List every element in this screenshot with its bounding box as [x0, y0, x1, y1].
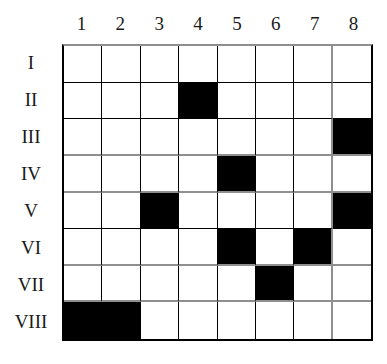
cell-II-4-blocked[interactable] [179, 83, 217, 120]
cell-VI-7-blocked[interactable] [294, 229, 332, 266]
row-label-II: II [0, 81, 62, 118]
cell-V-8-blocked[interactable] [333, 193, 371, 230]
cell-II-2[interactable] [102, 83, 140, 120]
cell-VIII-1-blocked[interactable] [64, 302, 102, 339]
column-label-3: 3 [140, 8, 179, 40]
cell-III-8-blocked[interactable] [333, 119, 371, 156]
cell-I-5[interactable] [218, 46, 256, 83]
column-label-8: 8 [334, 8, 373, 40]
cell-VII-8[interactable] [333, 266, 371, 303]
cell-VI-2[interactable] [102, 229, 140, 266]
cell-III-3[interactable] [141, 119, 179, 156]
cell-I-4[interactable] [179, 46, 217, 83]
row-label-IV: IV [0, 155, 62, 192]
cell-III-7[interactable] [294, 119, 332, 156]
cell-V-3-blocked[interactable] [141, 193, 179, 230]
cell-IV-4[interactable] [179, 156, 217, 193]
row-labels: IIIIIIIVVVIVIIVIII [0, 44, 62, 341]
cell-VII-2[interactable] [102, 266, 140, 303]
cell-V-7[interactable] [294, 193, 332, 230]
cell-II-1[interactable] [64, 83, 102, 120]
row-label-V: V [0, 193, 62, 230]
cell-V-1[interactable] [64, 193, 102, 230]
cell-I-7[interactable] [294, 46, 332, 83]
cell-IV-3[interactable] [141, 156, 179, 193]
column-label-4: 4 [179, 8, 218, 40]
cell-III-1[interactable] [64, 119, 102, 156]
cell-VII-6-blocked[interactable] [256, 266, 294, 303]
column-label-6: 6 [256, 8, 295, 40]
cell-IV-6[interactable] [256, 156, 294, 193]
column-label-7: 7 [295, 8, 334, 40]
column-labels: 12345678 [62, 8, 373, 40]
cell-II-3[interactable] [141, 83, 179, 120]
cell-III-6[interactable] [256, 119, 294, 156]
cell-VII-3[interactable] [141, 266, 179, 303]
cell-I-1[interactable] [64, 46, 102, 83]
cell-VIII-2-blocked[interactable] [102, 302, 140, 339]
cell-III-2[interactable] [102, 119, 140, 156]
cell-II-5[interactable] [218, 83, 256, 120]
cell-VI-4[interactable] [179, 229, 217, 266]
cell-I-2[interactable] [102, 46, 140, 83]
puzzle-diagram: 12345678 IIIIIIIVVVIVIIVIII [0, 0, 387, 364]
cell-VIII-5[interactable] [218, 302, 256, 339]
cell-VII-5[interactable] [218, 266, 256, 303]
cell-IV-5-blocked[interactable] [218, 156, 256, 193]
cell-VIII-4[interactable] [179, 302, 217, 339]
cell-IV-2[interactable] [102, 156, 140, 193]
cell-II-6[interactable] [256, 83, 294, 120]
cell-VI-3[interactable] [141, 229, 179, 266]
game-board [62, 44, 373, 341]
cell-V-4[interactable] [179, 193, 217, 230]
row-label-VII: VII [0, 267, 62, 304]
cell-V-6[interactable] [256, 193, 294, 230]
cell-VIII-7[interactable] [294, 302, 332, 339]
cell-III-4[interactable] [179, 119, 217, 156]
cell-VIII-6[interactable] [256, 302, 294, 339]
cell-VI-5-blocked[interactable] [218, 229, 256, 266]
row-label-VIII: VIII [0, 304, 62, 341]
cell-V-5[interactable] [218, 193, 256, 230]
column-label-2: 2 [101, 8, 140, 40]
cell-I-8[interactable] [333, 46, 371, 83]
row-label-III: III [0, 118, 62, 155]
cell-VIII-8[interactable] [333, 302, 371, 339]
cell-VII-4[interactable] [179, 266, 217, 303]
cell-I-3[interactable] [141, 46, 179, 83]
cell-VI-1[interactable] [64, 229, 102, 266]
column-label-1: 1 [62, 8, 101, 40]
cell-II-8[interactable] [333, 83, 371, 120]
cell-VI-6[interactable] [256, 229, 294, 266]
cell-VII-1[interactable] [64, 266, 102, 303]
column-label-5: 5 [218, 8, 257, 40]
row-label-VI: VI [0, 230, 62, 267]
cell-VII-7[interactable] [294, 266, 332, 303]
cell-VIII-3[interactable] [141, 302, 179, 339]
row-label-I: I [0, 44, 62, 81]
cell-VI-8[interactable] [333, 229, 371, 266]
cell-II-7[interactable] [294, 83, 332, 120]
cell-I-6[interactable] [256, 46, 294, 83]
cell-III-5[interactable] [218, 119, 256, 156]
cell-IV-7[interactable] [294, 156, 332, 193]
cell-IV-8[interactable] [333, 156, 371, 193]
cell-IV-1[interactable] [64, 156, 102, 193]
cell-V-2[interactable] [102, 193, 140, 230]
